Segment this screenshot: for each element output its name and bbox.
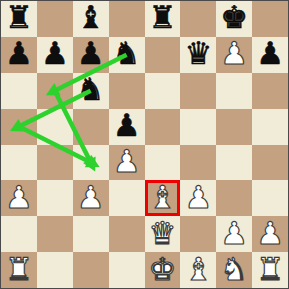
square-d5[interactable]: ♟ (109, 109, 145, 145)
black-pawn-b7[interactable]: ♟ (41, 38, 69, 69)
square-b4[interactable] (37, 145, 73, 181)
square-d8[interactable] (109, 1, 145, 37)
square-g4[interactable] (216, 145, 252, 181)
square-h4[interactable] (252, 145, 288, 181)
square-c8[interactable]: ♝ (73, 1, 109, 37)
square-e2[interactable]: ♛ (145, 216, 181, 252)
square-d6[interactable] (109, 73, 145, 109)
square-g1[interactable]: ♞ (216, 252, 252, 288)
square-g8[interactable]: ♚ (216, 1, 252, 37)
square-c5[interactable] (73, 109, 109, 145)
white-king-e1[interactable]: ♚ (149, 254, 177, 285)
square-a7[interactable]: ♟ (1, 37, 37, 73)
square-a6[interactable] (1, 73, 37, 109)
square-h2[interactable]: ♟ (252, 216, 288, 252)
white-pawn-a3[interactable]: ♟ (5, 182, 33, 213)
square-e4[interactable] (145, 145, 181, 181)
square-h8[interactable] (252, 1, 288, 37)
square-f5[interactable] (180, 109, 216, 145)
white-pawn-c3[interactable]: ♟ (77, 182, 105, 213)
square-g7[interactable]: ♟ (216, 37, 252, 73)
black-rook-e8[interactable]: ♜ (149, 2, 177, 33)
white-pawn-g7[interactable]: ♟ (220, 38, 248, 69)
square-e6[interactable] (145, 73, 181, 109)
square-h6[interactable] (252, 73, 288, 109)
square-h7[interactable]: ♟ (252, 37, 288, 73)
square-e7[interactable] (145, 37, 181, 73)
square-f8[interactable] (180, 1, 216, 37)
square-a4[interactable] (1, 145, 37, 181)
white-pawn-f3[interactable]: ♟ (184, 182, 212, 213)
square-b2[interactable] (37, 216, 73, 252)
square-h3[interactable] (252, 180, 288, 216)
square-d3[interactable] (109, 180, 145, 216)
black-bishop-c8[interactable]: ♝ (77, 2, 105, 33)
square-h5[interactable] (252, 109, 288, 145)
square-c3[interactable]: ♟ (73, 180, 109, 216)
white-bishop-e3[interactable]: ♝ (149, 182, 177, 213)
white-rook-h1[interactable]: ♜ (256, 254, 284, 285)
black-queen-f7[interactable]: ♛ (184, 38, 212, 69)
square-e5[interactable] (145, 109, 181, 145)
square-c7[interactable]: ♟ (73, 37, 109, 73)
square-e8[interactable]: ♜ (145, 1, 181, 37)
square-b6[interactable] (37, 73, 73, 109)
white-pawn-d4[interactable]: ♟ (113, 146, 141, 177)
white-knight-g1[interactable]: ♞ (220, 254, 248, 285)
black-king-g8[interactable]: ♚ (220, 2, 248, 33)
square-b3[interactable] (37, 180, 73, 216)
square-e3-highlighted[interactable]: ♝ (145, 180, 181, 216)
square-c4[interactable] (73, 145, 109, 181)
white-pawn-g2[interactable]: ♟ (220, 218, 248, 249)
black-rook-a8[interactable]: ♜ (5, 2, 33, 33)
square-b5[interactable] (37, 109, 73, 145)
white-queen-e2[interactable]: ♛ (149, 218, 177, 249)
square-d7[interactable]: ♞ (109, 37, 145, 73)
black-pawn-h7[interactable]: ♟ (256, 38, 284, 69)
square-g6[interactable] (216, 73, 252, 109)
square-a1[interactable]: ♜ (1, 252, 37, 288)
square-e1[interactable]: ♚ (145, 252, 181, 288)
square-f6[interactable] (180, 73, 216, 109)
board-grid: ♜♝♜♚♟♟♟♞♛♟♟♞♟♟♟♟♝♟♛♟♟♜♚♝♞♜ (1, 1, 288, 288)
square-f2[interactable] (180, 216, 216, 252)
square-g5[interactable] (216, 109, 252, 145)
black-pawn-d5[interactable]: ♟ (113, 110, 141, 141)
square-f7[interactable]: ♛ (180, 37, 216, 73)
square-a8[interactable]: ♜ (1, 1, 37, 37)
square-b1[interactable] (37, 252, 73, 288)
square-d1[interactable] (109, 252, 145, 288)
white-rook-a1[interactable]: ♜ (5, 254, 33, 285)
black-knight-c6[interactable]: ♞ (77, 74, 105, 105)
square-a2[interactable] (1, 216, 37, 252)
chess-board: ♜♝♜♚♟♟♟♞♛♟♟♞♟♟♟♟♝♟♛♟♟♜♚♝♞♜ (0, 0, 289, 289)
square-a3[interactable]: ♟ (1, 180, 37, 216)
black-knight-d7[interactable]: ♞ (113, 38, 141, 69)
square-f4[interactable] (180, 145, 216, 181)
black-pawn-c7[interactable]: ♟ (77, 38, 105, 69)
square-b8[interactable] (37, 1, 73, 37)
square-d4[interactable]: ♟ (109, 145, 145, 181)
square-c1[interactable] (73, 252, 109, 288)
square-a5[interactable] (1, 109, 37, 145)
square-h1[interactable]: ♜ (252, 252, 288, 288)
white-bishop-f1[interactable]: ♝ (184, 254, 212, 285)
black-pawn-a7[interactable]: ♟ (5, 38, 33, 69)
square-b7[interactable]: ♟ (37, 37, 73, 73)
square-f1[interactable]: ♝ (180, 252, 216, 288)
square-c2[interactable] (73, 216, 109, 252)
square-g2[interactable]: ♟ (216, 216, 252, 252)
square-c6[interactable]: ♞ (73, 73, 109, 109)
square-f3[interactable]: ♟ (180, 180, 216, 216)
square-d2[interactable] (109, 216, 145, 252)
white-pawn-h2[interactable]: ♟ (256, 218, 284, 249)
square-g3[interactable] (216, 180, 252, 216)
